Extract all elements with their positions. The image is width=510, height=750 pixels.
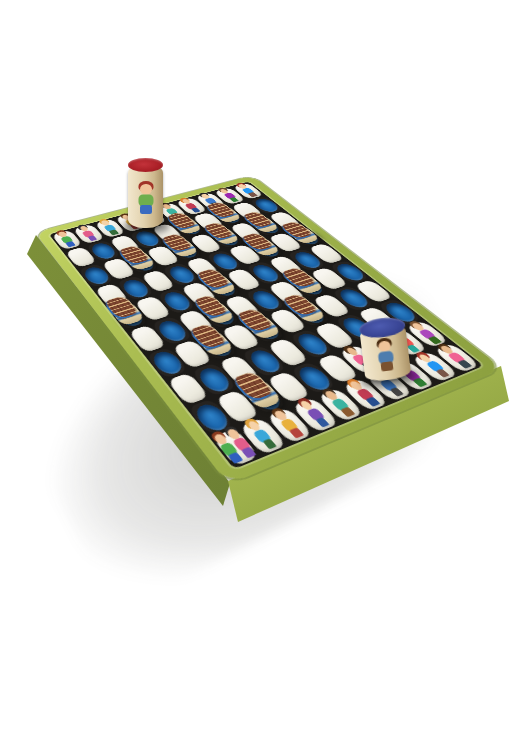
blue-cylinder-piece[interactable] bbox=[358, 315, 411, 384]
red-cylinder-body bbox=[128, 164, 163, 228]
board-photo bbox=[0, 0, 510, 750]
red-cylinder-piece[interactable] bbox=[128, 158, 163, 230]
red-cylinder-character bbox=[135, 183, 156, 216]
red-cylinder-cap bbox=[128, 158, 163, 172]
blue-cylinder-character bbox=[373, 338, 398, 373]
